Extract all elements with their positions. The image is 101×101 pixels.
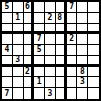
cell-r8c2[interactable] [13, 77, 24, 88]
cell-r5c5[interactable] [45, 45, 56, 56]
cell-r4c6[interactable] [56, 34, 67, 45]
cell-r5c3[interactable] [24, 45, 35, 56]
cell-r2c4[interactable] [34, 13, 45, 24]
cell-r4c4[interactable]: 7 [34, 34, 45, 45]
cell-r7c1[interactable] [2, 67, 13, 78]
cell-r4c5[interactable] [45, 34, 56, 45]
given-digit: 7 [69, 3, 74, 11]
cell-r7c4[interactable] [34, 67, 45, 78]
cell-r5c9[interactable] [88, 45, 99, 56]
given-digit: 3 [15, 56, 20, 64]
cell-r3c9[interactable] [88, 24, 99, 35]
cell-r2c7[interactable] [67, 13, 78, 24]
cell-r3c1[interactable] [2, 24, 13, 35]
cell-r6c1[interactable] [2, 56, 13, 67]
given-digit: 5 [4, 3, 9, 11]
cell-r7c7[interactable] [67, 67, 78, 78]
given-digit: 2 [48, 14, 53, 22]
given-digit: 3 [80, 78, 85, 86]
cell-r3c3[interactable] [24, 24, 35, 35]
cell-r7c5[interactable] [45, 67, 56, 78]
cell-r9c7[interactable] [67, 88, 78, 99]
cell-r1c7[interactable]: 7 [67, 2, 78, 13]
cell-r6c4[interactable] [34, 56, 45, 67]
cell-r8c9[interactable] [88, 77, 99, 88]
cell-r4c8[interactable] [77, 34, 88, 45]
given-digit: 6 [25, 3, 30, 11]
cell-r1c4[interactable] [34, 2, 45, 13]
cell-r5c8[interactable] [77, 45, 88, 56]
cell-r9c5[interactable]: 3 [45, 88, 56, 99]
cell-r8c3[interactable] [24, 77, 35, 88]
cell-r9c8[interactable] [77, 88, 88, 99]
cell-r9c2[interactable] [13, 88, 24, 99]
cell-r4c7[interactable]: 2 [67, 34, 78, 45]
cell-r9c3[interactable] [24, 88, 35, 99]
cell-r1c5[interactable] [45, 2, 56, 13]
given-digit: 1 [37, 78, 42, 86]
cell-r1c9[interactable] [88, 2, 99, 13]
given-digit: 5 [37, 46, 42, 54]
cell-r8c8[interactable]: 3 [77, 77, 88, 88]
cell-r4c9[interactable] [88, 34, 99, 45]
cell-r8c6[interactable] [56, 77, 67, 88]
cell-r2c1[interactable] [2, 13, 13, 24]
given-digit: 8 [80, 68, 85, 76]
cell-r6c3[interactable] [24, 56, 35, 67]
cell-r9c4[interactable] [34, 88, 45, 99]
cell-r2c9[interactable] [88, 13, 99, 24]
cell-r4c3[interactable] [24, 34, 35, 45]
cell-r4c1[interactable] [2, 34, 13, 45]
cell-r2c3[interactable] [24, 13, 35, 24]
cell-r7c3[interactable]: 2 [24, 67, 35, 78]
given-digit: 8 [57, 14, 62, 22]
cell-r6c7[interactable] [67, 56, 78, 67]
cell-r6c5[interactable] [45, 56, 56, 67]
cell-r6c8[interactable] [77, 56, 88, 67]
cell-r3c2[interactable] [13, 24, 24, 35]
cell-r7c6[interactable] [56, 67, 67, 78]
cell-r4c2[interactable] [13, 34, 24, 45]
cell-r8c1[interactable] [2, 77, 13, 88]
cell-r1c8[interactable] [77, 2, 88, 13]
given-digit: 7 [37, 35, 42, 43]
cell-r7c8[interactable]: 8 [77, 67, 88, 78]
cell-r1c1[interactable]: 5 [2, 2, 13, 13]
cell-r3c8[interactable] [77, 24, 88, 35]
cell-r3c4[interactable] [34, 24, 45, 35]
given-digit: 2 [25, 68, 30, 76]
cell-r8c5[interactable] [45, 77, 56, 88]
given-digit: 2 [69, 35, 74, 43]
cell-r5c2[interactable] [13, 45, 24, 56]
given-digit: 1 [15, 14, 20, 22]
cell-r7c9[interactable] [88, 67, 99, 78]
cell-r9c9[interactable] [88, 88, 99, 99]
sudoku-board: 56712872453281373 [0, 0, 101, 101]
cell-r2c6[interactable]: 8 [56, 13, 67, 24]
cell-r5c1[interactable]: 4 [2, 45, 13, 56]
cell-r3c5[interactable] [45, 24, 56, 35]
cell-r3c6[interactable] [56, 24, 67, 35]
cell-r8c4[interactable]: 1 [34, 77, 45, 88]
cell-r9c1[interactable]: 7 [2, 88, 13, 99]
cell-r5c6[interactable] [56, 45, 67, 56]
cell-r7c2[interactable] [13, 67, 24, 78]
given-digit: 7 [4, 90, 9, 98]
cell-r1c3[interactable]: 6 [24, 2, 35, 13]
cell-r5c7[interactable] [67, 45, 78, 56]
given-digit: 4 [4, 46, 9, 54]
cell-r6c2[interactable]: 3 [13, 56, 24, 67]
cell-r1c6[interactable] [56, 2, 67, 13]
given-digit: 3 [48, 90, 53, 98]
cell-r6c6[interactable] [56, 56, 67, 67]
cell-r5c4[interactable]: 5 [34, 45, 45, 56]
cell-r2c8[interactable] [77, 13, 88, 24]
cell-r2c5[interactable]: 2 [45, 13, 56, 24]
cell-r1c2[interactable] [13, 2, 24, 13]
cell-r2c2[interactable]: 1 [13, 13, 24, 24]
cell-r9c6[interactable] [56, 88, 67, 99]
cell-r8c7[interactable] [67, 77, 78, 88]
cell-r3c7[interactable] [67, 24, 78, 35]
cell-r6c9[interactable] [88, 56, 99, 67]
